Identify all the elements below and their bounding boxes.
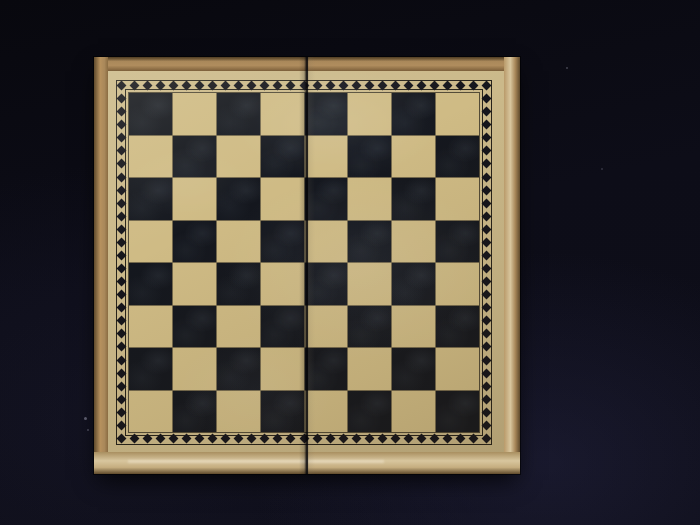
square-b6[interactable] [173,178,216,220]
square-b2[interactable] [173,348,216,390]
diamond-inlay [482,277,492,287]
square-f2[interactable] [348,348,391,390]
square-h4[interactable] [436,263,479,305]
square-b5[interactable] [173,221,216,263]
square-g6[interactable] [392,178,435,220]
diamond-inlay [482,224,492,234]
diamond-inlay [482,342,492,352]
diamond-inlay [482,434,492,444]
square-c4[interactable] [217,263,260,305]
square-f7[interactable] [348,136,391,178]
square-b7[interactable] [173,136,216,178]
square-f6[interactable] [348,178,391,220]
square-e4[interactable] [305,263,348,305]
square-g1[interactable] [392,391,435,433]
square-h1[interactable] [436,391,479,433]
square-f1[interactable] [348,391,391,433]
square-b8[interactable] [173,93,216,135]
board-frame-right [504,57,520,474]
square-a3[interactable] [129,306,172,348]
diamond-inlay [482,172,492,182]
square-h7[interactable] [436,136,479,178]
square-c7[interactable] [217,136,260,178]
board-frame-top [94,57,520,71]
square-f4[interactable] [348,263,391,305]
square-d8[interactable] [261,93,304,135]
square-g5[interactable] [392,221,435,263]
diamond-inlay [482,420,492,430]
checkerboard-grid [128,92,480,433]
diamond-inlay [482,81,492,91]
square-a8[interactable] [129,93,172,135]
board-frame-bottom [94,452,520,474]
diamond-inlay [482,368,492,378]
square-e7[interactable] [305,136,348,178]
square-d4[interactable] [261,263,304,305]
square-f3[interactable] [348,306,391,348]
square-b4[interactable] [173,263,216,305]
square-f8[interactable] [348,93,391,135]
photo-background [0,0,700,525]
square-e5[interactable] [305,221,348,263]
square-g4[interactable] [392,263,435,305]
dust-speck [601,168,603,170]
square-a7[interactable] [129,136,172,178]
square-g3[interactable] [392,306,435,348]
diamond-inlay [482,264,492,274]
diamond-inlay [482,381,492,391]
diamond-inlay [482,185,492,195]
square-h2[interactable] [436,348,479,390]
square-a2[interactable] [129,348,172,390]
diamond-inlay [482,303,492,313]
square-h6[interactable] [436,178,479,220]
square-c6[interactable] [217,178,260,220]
square-e6[interactable] [305,178,348,220]
square-c1[interactable] [217,391,260,433]
diamond-inlay [482,107,492,117]
square-b3[interactable] [173,306,216,348]
square-e1[interactable] [305,391,348,433]
diamond-inlay [482,394,492,404]
diamond-inlay [482,290,492,300]
square-d5[interactable] [261,221,304,263]
square-d6[interactable] [261,178,304,220]
square-c3[interactable] [217,306,260,348]
square-g2[interactable] [392,348,435,390]
board-frame-left [94,57,108,474]
square-a1[interactable] [129,391,172,433]
dust-speck [87,429,89,431]
dust-speck [566,67,568,69]
square-e3[interactable] [305,306,348,348]
square-d3[interactable] [261,306,304,348]
square-h8[interactable] [436,93,479,135]
square-c2[interactable] [217,348,260,390]
square-h3[interactable] [436,306,479,348]
square-e2[interactable] [305,348,348,390]
diamond-inlay [482,120,492,130]
square-d7[interactable] [261,136,304,178]
diamond-inlay [482,251,492,261]
diamond-inlay [482,146,492,156]
diamond-inlay [482,94,492,104]
square-c8[interactable] [217,93,260,135]
board-surface [108,71,504,452]
square-a4[interactable] [129,263,172,305]
diamond-inlay [482,159,492,169]
diamond-inlay [482,407,492,417]
diamond-inlay [482,198,492,208]
square-d1[interactable] [261,391,304,433]
square-f5[interactable] [348,221,391,263]
diamond-inlay [482,355,492,365]
square-c5[interactable] [217,221,260,263]
square-e8[interactable] [305,93,348,135]
square-a6[interactable] [129,178,172,220]
diamond-inlay [482,316,492,326]
diamond-inlay [482,237,492,247]
diamond-inlay [482,133,492,143]
dust-speck [84,417,87,420]
square-g7[interactable] [392,136,435,178]
diamond-inlay [482,211,492,221]
square-h5[interactable] [436,221,479,263]
diamond-inlay [482,329,492,339]
square-a5[interactable] [129,221,172,263]
square-d2[interactable] [261,348,304,390]
folding-chessboard [94,57,520,474]
square-b1[interactable] [173,391,216,433]
square-g8[interactable] [392,93,435,135]
